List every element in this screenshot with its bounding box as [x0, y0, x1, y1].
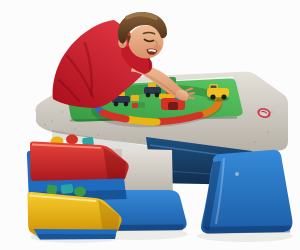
toy-block: [138, 102, 145, 108]
car-wheel: [155, 93, 160, 98]
toy-piece: [61, 184, 74, 194]
base-ledge-shade: [34, 234, 117, 240]
car-wheel: [114, 102, 119, 107]
product-photo: Kids activity table with gray top and bl…: [0, 0, 300, 250]
bridge-opening: [168, 102, 178, 110]
screw: [235, 172, 239, 176]
scene-illustration: Kids activity table with gray top and bl…: [0, 0, 300, 250]
truck-wheel: [210, 94, 215, 99]
toy-piece: [66, 135, 78, 145]
toy-piece: [74, 187, 86, 197]
right-leg: Blue flared right leg: [201, 150, 292, 234]
toy-block: [132, 103, 138, 108]
car-wheel: [146, 93, 151, 98]
truck-wheel: [221, 94, 226, 99]
toy-piece: [46, 184, 57, 194]
toy-block: [131, 95, 139, 101]
car-body: [144, 87, 161, 94]
track-segment: [126, 119, 157, 122]
car-wheel: [124, 102, 129, 107]
